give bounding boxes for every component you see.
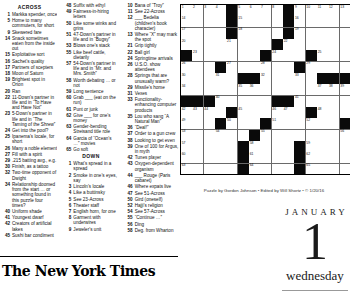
grid-cell (306, 84, 317, 95)
clue: 9Skewered fare (2, 30, 57, 35)
grid-cell (215, 39, 226, 50)
grid-cell (204, 28, 215, 39)
grid-cell: 8 (272, 5, 283, 16)
grid-cell (192, 16, 203, 27)
grid-cell (306, 96, 317, 107)
grid-cell: 60 (181, 152, 192, 163)
grid-cell (260, 16, 271, 27)
grid-cell (272, 62, 283, 73)
clue-columns: ACROSS1Markka spender, once5Home to many… (2, 3, 180, 255)
grid-cell: 28 (260, 62, 271, 73)
grid-cell (192, 141, 203, 152)
calendar-weekday: wednesday (282, 268, 348, 284)
black-square (192, 96, 203, 107)
clue: 15Exploitative sort (2, 52, 57, 57)
grid-cell (283, 130, 294, 141)
clue: 6Theater staff (63, 203, 118, 208)
grid-cell (192, 118, 203, 129)
grid-cell (317, 16, 328, 27)
grid-cell (260, 96, 271, 107)
clue: 9Jeweler’s unit (63, 227, 118, 232)
clue: 26Many a noble element (2, 146, 57, 151)
clue: 35Lou who sang “A Natural Man” (125, 114, 180, 124)
black-square (283, 16, 294, 27)
clue: 58Worth debating … or not (63, 78, 118, 88)
grid-cell: 39 (340, 84, 350, 95)
clue: 21Grip tightly (125, 43, 180, 48)
clue-column: 48Suffix with ethyl49Fairness-in-hiring … (63, 3, 118, 255)
grid-cell (215, 28, 226, 39)
black-square (249, 73, 260, 84)
grid-cell (204, 84, 215, 95)
grid-cell (249, 16, 260, 27)
clue: 43Oxygen-dependent organism (125, 161, 180, 171)
grid-cell (340, 164, 350, 175)
black-square (260, 50, 271, 61)
black-square (226, 28, 237, 39)
grid-cell (204, 130, 215, 141)
grid-cell (328, 141, 339, 152)
grid-cell (317, 152, 328, 163)
grid-cell: 65 (306, 164, 317, 175)
grid-cell (192, 152, 203, 163)
grid-cell (226, 130, 237, 141)
grid-cell (260, 141, 271, 152)
grid-cell: 49 (181, 118, 192, 129)
black-square (283, 96, 294, 107)
clue: 39One of 100 for Argus, in myth (125, 144, 180, 154)
grid-cell (272, 130, 283, 141)
grid-cell: 29 (306, 62, 317, 73)
grid-cell (204, 39, 215, 50)
black-square (272, 39, 283, 50)
grid-cell: 59 (306, 141, 317, 152)
black-square (260, 118, 271, 129)
grid-cell: 9 (294, 5, 305, 16)
grid-cell (283, 62, 294, 73)
grid-cell: 61 (249, 152, 260, 163)
grid-cell (317, 28, 328, 39)
clue-list-header: ACROSS (2, 4, 57, 10)
grid-cell (283, 164, 294, 175)
clue: 59Long sentence (63, 89, 118, 94)
black-square (249, 130, 260, 141)
grid-cell (226, 164, 237, 175)
clue: 235-Down’s partner in life and in “The T… (2, 111, 57, 127)
clue: 41Youngest dwarf (2, 215, 57, 220)
clue: 50Like some winks and grins (63, 21, 118, 31)
black-square (294, 141, 305, 152)
grid-cell (306, 130, 317, 141)
puzzle-attribution: Puzzle by Gordon Johnson • Edited by Wil… (178, 188, 350, 193)
grid-cell (328, 118, 339, 129)
clue: 25Ipanema’s locale, for short (2, 134, 57, 144)
grid-cell (192, 84, 203, 95)
clue: 12___ Bedelia (children’s book character… (125, 15, 180, 31)
grid-cell (328, 62, 339, 73)
grid-cell (317, 141, 328, 152)
grid-cell (272, 73, 283, 84)
black-square (238, 141, 249, 152)
grid-cell (272, 141, 283, 152)
clue: 30Finish, as a tattoo (2, 164, 57, 169)
grid-cell (340, 39, 350, 50)
clue: 52Hajji’s religion (125, 203, 180, 208)
grid-cell (294, 107, 305, 118)
clue: 56Ding (125, 222, 180, 227)
grid-cell (249, 39, 260, 50)
grid-cell: 32 (260, 73, 271, 84)
grid-cell: 14 (181, 16, 192, 27)
grid-cell: 40 (215, 96, 226, 107)
black-square (328, 73, 339, 84)
grid-cell (317, 118, 328, 129)
clue: 11See 22-Across (125, 9, 180, 14)
clue: 40Uniform shade (2, 209, 57, 214)
grid-cell (215, 84, 226, 95)
clue: 37Order to a gun crew (125, 131, 180, 136)
grid-cell: 41 (294, 96, 305, 107)
grid-cell (204, 164, 215, 175)
grid-cell: 53 (181, 130, 192, 141)
grid-cell (238, 50, 249, 61)
grid-cell (226, 96, 237, 107)
grid-cell (328, 96, 339, 107)
grid-cell: 42 (181, 107, 192, 118)
grid-cell (215, 16, 226, 27)
grid-cell: 55 (260, 130, 271, 141)
grid-cell: 21 (226, 39, 237, 50)
black-square (272, 96, 283, 107)
grid-cell (249, 62, 260, 73)
crossword-grid: 1234567891011121314151617181920212223242… (180, 4, 350, 175)
clue: 10Bana of “Troy” (125, 3, 180, 8)
grid-cell (328, 164, 339, 175)
clue: 42Tunes player (125, 155, 180, 160)
black-square (283, 5, 294, 16)
black-square (283, 28, 294, 39)
grid-cell: 13 (340, 5, 350, 16)
clue: 19Brightest spot in Orion (2, 77, 57, 87)
clue: 29.215 batting avg., e.g. (2, 158, 57, 163)
grid-cell: 17 (181, 28, 192, 39)
grid-cell (249, 96, 260, 107)
clue: 4Like a buttinsky (63, 190, 118, 195)
grid-cell (328, 152, 339, 163)
grid-cell (226, 73, 237, 84)
grid-cell: 27 (226, 62, 237, 73)
clue: 22Ball girl (125, 50, 180, 55)
clue-column: 10Bana of “Troy”11See 22-Across12___ Bed… (125, 3, 180, 255)
grid-cell (328, 50, 339, 61)
black-square (204, 96, 215, 107)
grid-cell (272, 16, 283, 27)
grid-cell (260, 164, 271, 175)
grid-cell (238, 62, 249, 73)
grid-cell (226, 152, 237, 163)
grid-cell (204, 50, 215, 61)
grid-cell (192, 164, 203, 175)
grid-cell: 25 (317, 50, 328, 61)
grid-cell (328, 16, 339, 27)
grid-cell: 36 (249, 84, 260, 95)
grid-cell (294, 50, 305, 61)
clue: 31Vexes (125, 91, 180, 96)
grid-cell (306, 16, 317, 27)
clue: 55“Continue …” (125, 215, 180, 220)
clue: 36“Deal!” (125, 125, 180, 130)
grid-cell: 62 (306, 152, 317, 163)
black-square (238, 73, 249, 84)
grid-cell: 63 (181, 164, 192, 175)
grid-cell (192, 39, 203, 50)
grid-cell (226, 141, 237, 152)
grid-cell: 18 (238, 28, 249, 39)
clue: 55Like beef cattle, dietarily (63, 50, 118, 60)
grid-cell: 58 (249, 141, 260, 152)
clue: 28Springs that are unusually warm? (125, 73, 180, 83)
black-square (181, 96, 192, 107)
grid-cell: 31 (215, 73, 226, 84)
grid-cell (317, 130, 328, 141)
grid-cell: 19 (294, 28, 305, 39)
grid-cell (192, 62, 203, 73)
grid-cell: 35 (238, 84, 249, 95)
grid-cell: 11 (317, 5, 328, 16)
clue: 3Lincoln’s locale (63, 184, 118, 189)
grid-cell: 1 (181, 5, 192, 16)
clue: 54See 57-Across (125, 209, 180, 214)
grid-cell (283, 118, 294, 129)
clue: 5754-Down’s partner in life and in “Mr. … (63, 61, 118, 77)
grid-cell (328, 130, 339, 141)
grid-cell: 33 (294, 73, 305, 84)
black-square (226, 107, 237, 118)
grid-cell: 64 (249, 164, 260, 175)
clue: 26U.S.O. show attendees (125, 62, 180, 72)
clue: 65Go soft (63, 147, 118, 152)
grid-cell (226, 50, 237, 61)
grid-cell (283, 84, 294, 95)
grid-cell (306, 28, 317, 39)
grid-cell (306, 39, 317, 50)
grid-cell (215, 107, 226, 118)
grid-cell: 20 (181, 39, 192, 50)
grid-cell: 45 (238, 107, 249, 118)
grid-cell (294, 84, 305, 95)
grid-cell (249, 118, 260, 129)
grid-cell: 4 (215, 5, 226, 16)
clue: 20Ran (2, 89, 57, 94)
grid-cell (340, 16, 350, 27)
grid-cell: 48 (317, 107, 328, 118)
clue: 33Functionality-enhancing computer produ… (125, 97, 180, 113)
grid-cell: 23 (192, 50, 203, 61)
footer-divider (0, 256, 178, 257)
grid-cell (249, 28, 260, 39)
grid-cell: 2 (192, 5, 203, 16)
grid-cell (260, 84, 271, 95)
grid-cell (272, 28, 283, 39)
grid-cell (226, 84, 237, 95)
clue: 62Give ___ for one’s money (63, 113, 118, 123)
grid-cell (249, 50, 260, 61)
clue: 1Markka spender, once (2, 12, 57, 17)
grid-cell (317, 164, 328, 175)
grid-cell (317, 39, 328, 50)
grid-cell (215, 50, 226, 61)
clue: 44___ Rouge (Paris cabaret) (125, 173, 180, 183)
grid-cell (283, 152, 294, 163)
grid-cell (192, 130, 203, 141)
grid-cell (249, 107, 260, 118)
grid-cell (204, 73, 215, 84)
clue: 29Missile’s home (125, 85, 180, 90)
grid-cell (294, 130, 305, 141)
clue: 48Suffix with ethyl (63, 3, 118, 8)
grid-cell: 3 (204, 5, 215, 16)
calendar-page: ACROSS1Markka spender, once5Home to many… (0, 0, 350, 295)
grid-cell: 54 (215, 130, 226, 141)
clue: 14Snack sometimes eaten from the inside … (2, 36, 57, 52)
black-square (340, 73, 350, 84)
grid-cell (317, 96, 328, 107)
clue: 47See 51-Across (125, 191, 180, 196)
grid-cell: 34 (181, 84, 192, 95)
black-square (306, 50, 317, 61)
clue: 46Where expats live (125, 184, 180, 189)
clue: 18Moon of Saturn (2, 71, 57, 76)
clue: 17Partners of scepters (2, 65, 57, 70)
grid-cell: 38 (328, 84, 339, 95)
clue: 7English horn, for one (63, 209, 118, 214)
calendar-block: JANUARY 1 wednesday NEW YEAR’S DAY KWANZ… (282, 207, 348, 295)
grid-cell (272, 164, 283, 175)
grid-cell: 24 (272, 50, 283, 61)
clue: 5See 23-Across (63, 197, 118, 202)
clue: 34Relationship doomed from the start … o… (2, 182, 57, 208)
grid-cell: 56 (340, 130, 350, 141)
grid-cell: 15 (238, 16, 249, 27)
clue: 50Gird (oneself) (125, 197, 180, 202)
grid-cell (204, 62, 215, 73)
grid-cell (340, 141, 350, 152)
grid-cell (192, 73, 203, 84)
clue: 58Deg. from Wharton (125, 228, 180, 233)
clue: 32Two-time opponent of Dwight (2, 170, 57, 180)
grid-cell (272, 84, 283, 95)
grid-cell (328, 28, 339, 39)
grid-cell (283, 50, 294, 61)
grid-cell: 12 (328, 5, 339, 16)
black-square (340, 118, 350, 129)
black-square (294, 152, 305, 163)
clue: 64Garcia of “Ocean’s …” movies (63, 136, 118, 146)
grid-cell (204, 152, 215, 163)
grid-cell: 5 (238, 5, 249, 16)
grid-cell: 46 (272, 107, 283, 118)
clue: 61Punt or junk (63, 107, 118, 112)
calendar-day-number: 1 (282, 217, 348, 267)
grid-cell (283, 73, 294, 84)
clue: 63Gender-bending Streisand title role (63, 124, 118, 134)
grid-cell: 37 (317, 84, 328, 95)
black-square (215, 118, 226, 129)
clue: 2211-Down’s partner in life and in “To H… (2, 95, 57, 111)
grid-cell: 43 (192, 107, 203, 118)
clue: 13Where “X” may mark the spot (125, 32, 180, 42)
clue: 24Get into the pool? (2, 128, 57, 133)
grid-cell: 6 (249, 5, 260, 16)
grid-cell (294, 118, 305, 129)
black-square (317, 73, 328, 84)
grid-cell: 16 (294, 16, 305, 27)
grid-cell (340, 152, 350, 163)
clue: 24Springtime arrivals (125, 56, 180, 61)
grid-cell (340, 107, 350, 118)
grid-cell (306, 73, 317, 84)
black-square (226, 16, 237, 27)
grid-cell (328, 107, 339, 118)
grid-cell (317, 62, 328, 73)
clue: 8Garment with underwires (63, 215, 118, 225)
grid-cell (204, 141, 215, 152)
grid-cell (260, 107, 271, 118)
grid-cell (238, 96, 249, 107)
new-york-times-logo: The New York Times (2, 263, 155, 279)
grid-cell (340, 28, 350, 39)
grid-cell (294, 39, 305, 50)
black-square (181, 50, 192, 61)
black-square (294, 62, 305, 73)
grid-cell (328, 39, 339, 50)
black-square (226, 5, 237, 16)
grid-cell (238, 39, 249, 50)
clue: 5147-Down’s partner in life and in “Bugs… (63, 32, 118, 42)
grid-cell (238, 118, 249, 129)
clue-column: ACROSS1Markka spender, once5Home to many… (2, 3, 57, 255)
grid-cell (260, 152, 271, 163)
black-square (306, 107, 317, 118)
grid-cell: 30 (181, 73, 192, 84)
grid-cell (260, 28, 271, 39)
clue: 49Fairness-in-hiring letters (63, 9, 118, 19)
clue: 1What’s spread in a spread (63, 161, 118, 171)
black-square (215, 62, 226, 73)
clue: 5Home to many commuters, for short (2, 18, 57, 28)
grid-cell: 52 (306, 118, 317, 129)
grid-cell: 22 (283, 39, 294, 50)
grid-cell: 26 (181, 62, 192, 73)
clue: 53Blows one’s stack (63, 43, 118, 48)
grid-cell (204, 16, 215, 27)
grid-cell: 51 (272, 118, 283, 129)
clue: 2Smoke in one’s eyes, say (63, 173, 118, 183)
grid-cell (272, 152, 283, 163)
grid-cell: 47 (283, 107, 294, 118)
grid-cell (340, 50, 350, 61)
grid-cell (192, 28, 203, 39)
grid-cell: 44 (204, 107, 215, 118)
grid-cell: 50 (226, 118, 237, 129)
grid-cell (204, 118, 215, 129)
clue: 45Sushi bar condiment (2, 233, 57, 238)
clue-list-header: DOWN (63, 153, 118, 159)
clue: 16Sachet’s quality (2, 59, 57, 64)
black-square (238, 152, 249, 163)
black-square (238, 164, 249, 175)
calendar-divider (282, 290, 348, 291)
